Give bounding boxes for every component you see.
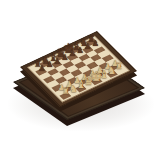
chess-set-photo: ♜♞♝♛♚♝♞♜♟♟♟♟♟♟♟♟♟♟♟♟♟♟♟♟♜♞♝♛♚♝♞♜ (0, 0, 160, 160)
